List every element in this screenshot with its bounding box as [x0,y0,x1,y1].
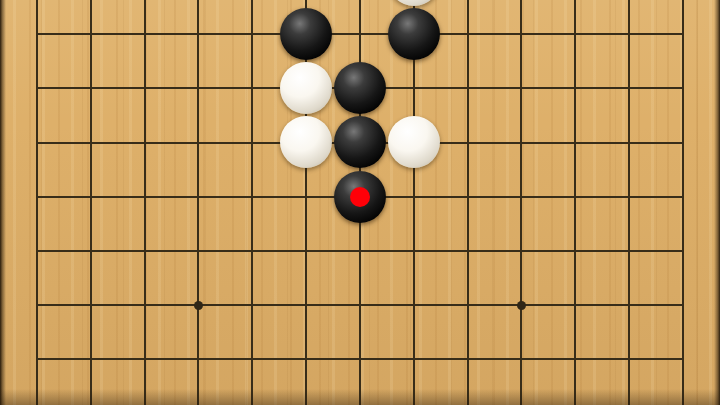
board-intersection[interactable] [602,278,656,332]
board-intersection[interactable] [118,7,172,61]
board-intersection[interactable] [279,332,333,386]
board-intersection[interactable] [441,224,495,278]
board-intersection[interactable] [602,115,656,169]
board-intersection[interactable] [10,115,64,169]
board-intersection[interactable] [387,0,441,7]
board-intersection[interactable] [548,0,602,7]
board-intersection[interactable] [495,278,549,332]
board-intersection[interactable] [333,7,387,61]
board-intersection[interactable] [548,170,602,224]
board-intersection[interactable] [602,224,656,278]
board-intersection[interactable] [656,278,710,332]
stone-grid [10,0,710,386]
board-intersection[interactable] [602,332,656,386]
board-intersection[interactable] [64,170,118,224]
board-intersection[interactable] [10,224,64,278]
board-intersection[interactable] [225,170,279,224]
board-intersection[interactable] [441,332,495,386]
board-intersection[interactable] [64,278,118,332]
last-move-marker [350,187,370,207]
board-intersection[interactable] [387,170,441,224]
board-intersection[interactable] [656,61,710,115]
board-intersection[interactable] [495,224,549,278]
board-intersection[interactable] [172,0,226,7]
board-intersection[interactable] [656,332,710,386]
board-intersection[interactable] [548,115,602,169]
board-intersection[interactable] [495,170,549,224]
board-intersection[interactable] [10,332,64,386]
board-intersection[interactable] [602,0,656,7]
board-intersection[interactable] [118,115,172,169]
board-intersection[interactable] [172,115,226,169]
board-intersection[interactable] [387,115,441,169]
black-stone [334,116,386,168]
board-intersection[interactable] [441,7,495,61]
go-board [0,0,720,405]
board-intersection[interactable] [441,278,495,332]
board-intersection[interactable] [333,170,387,224]
board-intersection[interactable] [225,7,279,61]
black-stone [280,8,332,60]
board-intersection[interactable] [10,0,64,7]
board-intersection[interactable] [279,0,333,7]
board-intersection[interactable] [602,170,656,224]
board-intersection[interactable] [172,61,226,115]
white-stone [388,0,440,6]
white-stone [280,62,332,114]
board-right-edge [714,0,720,405]
board-intersection[interactable] [118,61,172,115]
board-intersection[interactable] [64,7,118,61]
board-intersection[interactable] [333,0,387,7]
board-intersection[interactable] [333,61,387,115]
board-intersection[interactable] [64,61,118,115]
board-intersection[interactable] [602,7,656,61]
board-intersection[interactable] [10,7,64,61]
board-intersection[interactable] [656,170,710,224]
board-intersection[interactable] [172,278,226,332]
board-intersection[interactable] [279,278,333,332]
board-intersection[interactable] [64,224,118,278]
board-intersection[interactable] [279,115,333,169]
black-stone [334,171,386,223]
board-intersection[interactable] [333,278,387,332]
board-intersection[interactable] [387,7,441,61]
board-intersection[interactable] [64,332,118,386]
board-intersection[interactable] [118,170,172,224]
board-intersection[interactable] [10,61,64,115]
board-intersection[interactable] [441,170,495,224]
board-intersection[interactable] [172,224,226,278]
board-intersection[interactable] [548,7,602,61]
board-intersection[interactable] [495,7,549,61]
board-intersection[interactable] [172,7,226,61]
board-intersection[interactable] [172,170,226,224]
board-intersection[interactable] [10,278,64,332]
board-intersection[interactable] [279,224,333,278]
board-intersection[interactable] [441,0,495,7]
board-intersection[interactable] [548,278,602,332]
board-intersection[interactable] [10,170,64,224]
board-intersection[interactable] [118,0,172,7]
board-intersection[interactable] [64,115,118,169]
board-intersection[interactable] [333,224,387,278]
board-intersection[interactable] [548,61,602,115]
board-intersection[interactable] [387,224,441,278]
board-intersection[interactable] [387,61,441,115]
board-intersection[interactable] [225,278,279,332]
board-intersection[interactable] [225,224,279,278]
board-intersection[interactable] [333,332,387,386]
white-stone [280,116,332,168]
board-intersection[interactable] [656,224,710,278]
board-intersection[interactable] [656,0,710,7]
board-intersection[interactable] [279,170,333,224]
board-intersection[interactable] [225,332,279,386]
board-intersection[interactable] [279,7,333,61]
board-intersection[interactable] [495,0,549,7]
board-intersection[interactable] [333,115,387,169]
board-intersection[interactable] [548,224,602,278]
board-intersection[interactable] [602,61,656,115]
board-intersection[interactable] [64,0,118,7]
board-intersection[interactable] [225,115,279,169]
board-intersection[interactable] [495,332,549,386]
board-intersection[interactable] [656,115,710,169]
black-stone [334,62,386,114]
board-intersection[interactable] [118,278,172,332]
board-intersection[interactable] [441,61,495,115]
board-intersection[interactable] [387,278,441,332]
white-stone [388,116,440,168]
board-intersection[interactable] [279,61,333,115]
board-intersection[interactable] [118,224,172,278]
board-intersection[interactable] [656,7,710,61]
board-intersection[interactable] [172,332,226,386]
board-intersection[interactable] [387,332,441,386]
board-intersection[interactable] [495,61,549,115]
board-intersection[interactable] [225,61,279,115]
board-intersection[interactable] [548,332,602,386]
board-intersection[interactable] [118,332,172,386]
black-stone [388,8,440,60]
board-intersection[interactable] [441,115,495,169]
board-bottom-shadow [0,389,720,405]
board-intersection[interactable] [225,0,279,7]
board-intersection[interactable] [495,115,549,169]
board-left-edge [0,0,6,405]
